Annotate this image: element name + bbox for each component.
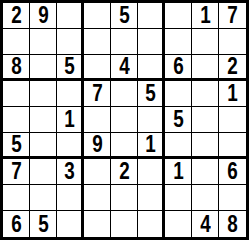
given-digit: 7 bbox=[227, 4, 237, 27]
cell-r8c9[interactable] bbox=[219, 185, 246, 211]
cell-r5c3[interactable]: 1 bbox=[57, 107, 84, 133]
cell-r2c4[interactable] bbox=[84, 29, 111, 55]
given-digit: 7 bbox=[11, 160, 21, 183]
cell-r4c6[interactable]: 5 bbox=[138, 81, 165, 107]
cell-r9c2[interactable]: 5 bbox=[30, 211, 57, 237]
cell-r6c1[interactable]: 5 bbox=[3, 133, 30, 159]
cell-r6c7[interactable] bbox=[165, 133, 192, 159]
given-digit: 3 bbox=[64, 160, 74, 183]
given-digit: 4 bbox=[200, 213, 210, 236]
cell-r7c5[interactable]: 2 bbox=[111, 159, 138, 185]
cell-r5c4[interactable] bbox=[84, 107, 111, 133]
cell-r1c7[interactable] bbox=[165, 3, 192, 29]
cell-r8c7[interactable] bbox=[165, 185, 192, 211]
given-digit: 1 bbox=[200, 4, 210, 27]
cell-r4c5[interactable] bbox=[111, 81, 138, 107]
cell-r7c4[interactable] bbox=[84, 159, 111, 185]
given-digit: 2 bbox=[11, 4, 21, 27]
given-digit: 5 bbox=[145, 82, 155, 105]
given-digit: 4 bbox=[119, 55, 129, 78]
cell-r4c1[interactable] bbox=[3, 81, 30, 107]
cell-r8c3[interactable] bbox=[57, 185, 84, 211]
cell-r1c2[interactable]: 9 bbox=[30, 3, 57, 29]
cell-r3c7[interactable]: 6 bbox=[165, 55, 192, 81]
given-digit: 6 bbox=[173, 55, 183, 78]
cell-r8c5[interactable] bbox=[111, 185, 138, 211]
given-digit: 2 bbox=[119, 160, 129, 183]
cell-r6c2[interactable] bbox=[30, 133, 57, 159]
cell-r1c4[interactable] bbox=[84, 3, 111, 29]
cell-r9c4[interactable] bbox=[84, 211, 111, 237]
cell-r1c9[interactable]: 7 bbox=[219, 3, 246, 29]
cell-r4c3[interactable] bbox=[57, 81, 84, 107]
cell-r7c9[interactable]: 6 bbox=[219, 159, 246, 185]
cell-r4c9[interactable]: 1 bbox=[219, 81, 246, 107]
cell-r4c8[interactable] bbox=[192, 81, 219, 107]
cell-r3c4[interactable] bbox=[84, 55, 111, 81]
cell-r9c5[interactable] bbox=[111, 211, 138, 237]
cell-r4c2[interactable] bbox=[30, 81, 57, 107]
cell-r6c8[interactable] bbox=[192, 133, 219, 159]
given-digit: 1 bbox=[64, 108, 74, 131]
cell-r1c8[interactable]: 1 bbox=[192, 3, 219, 29]
cell-r3c5[interactable]: 4 bbox=[111, 55, 138, 81]
cell-r9c3[interactable] bbox=[57, 211, 84, 237]
cell-r8c2[interactable] bbox=[30, 185, 57, 211]
cell-r7c8[interactable] bbox=[192, 159, 219, 185]
given-digit: 5 bbox=[38, 213, 48, 236]
cell-r8c6[interactable] bbox=[138, 185, 165, 211]
cell-r8c8[interactable] bbox=[192, 185, 219, 211]
cell-r5c9[interactable] bbox=[219, 107, 246, 133]
given-digit: 7 bbox=[92, 82, 102, 105]
cell-r8c1[interactable] bbox=[3, 185, 30, 211]
cell-r9c7[interactable] bbox=[165, 211, 192, 237]
given-digit: 5 bbox=[173, 108, 183, 131]
cell-r6c9[interactable] bbox=[219, 133, 246, 159]
cell-r5c8[interactable] bbox=[192, 107, 219, 133]
cell-r7c3[interactable]: 3 bbox=[57, 159, 84, 185]
cell-r5c6[interactable] bbox=[138, 107, 165, 133]
cell-r5c7[interactable]: 5 bbox=[165, 107, 192, 133]
cell-r1c5[interactable]: 5 bbox=[111, 3, 138, 29]
cell-r4c7[interactable] bbox=[165, 81, 192, 107]
cell-r5c5[interactable] bbox=[111, 107, 138, 133]
given-digit: 5 bbox=[11, 133, 21, 156]
cell-r7c7[interactable]: 1 bbox=[165, 159, 192, 185]
given-digit: 8 bbox=[11, 55, 21, 78]
sudoku-board: 295178546275115591732166548 bbox=[0, 0, 249, 240]
given-digit: 9 bbox=[92, 133, 102, 156]
given-digit: 1 bbox=[173, 160, 183, 183]
given-digit: 6 bbox=[227, 160, 237, 183]
cell-r3c9[interactable]: 2 bbox=[219, 55, 246, 81]
cell-r2c6[interactable] bbox=[138, 29, 165, 55]
given-digit: 1 bbox=[145, 133, 155, 156]
cell-r3c3[interactable]: 5 bbox=[57, 55, 84, 81]
given-digit: 1 bbox=[227, 82, 237, 105]
cell-r7c1[interactable]: 7 bbox=[3, 159, 30, 185]
cell-r2c3[interactable] bbox=[57, 29, 84, 55]
cell-r7c6[interactable] bbox=[138, 159, 165, 185]
cell-r3c6[interactable] bbox=[138, 55, 165, 81]
cell-r2c7[interactable] bbox=[165, 29, 192, 55]
cell-r5c2[interactable] bbox=[30, 107, 57, 133]
cell-r6c3[interactable] bbox=[57, 133, 84, 159]
given-digit: 5 bbox=[119, 4, 129, 27]
cell-r1c3[interactable] bbox=[57, 3, 84, 29]
cell-r2c9[interactable] bbox=[219, 29, 246, 55]
cell-r6c6[interactable]: 1 bbox=[138, 133, 165, 159]
given-digit: 9 bbox=[38, 4, 48, 27]
cell-r1c1[interactable]: 2 bbox=[3, 3, 30, 29]
cell-r3c2[interactable] bbox=[30, 55, 57, 81]
cell-r2c5[interactable] bbox=[111, 29, 138, 55]
cell-r7c2[interactable] bbox=[30, 159, 57, 185]
cell-r5c1[interactable] bbox=[3, 107, 30, 133]
cell-r4c4[interactable]: 7 bbox=[84, 81, 111, 107]
cell-r9c1[interactable]: 6 bbox=[3, 211, 30, 237]
given-digit: 5 bbox=[64, 55, 74, 78]
cell-r3c1[interactable]: 8 bbox=[3, 55, 30, 81]
given-digit: 2 bbox=[227, 55, 237, 78]
cell-r3c8[interactable] bbox=[192, 55, 219, 81]
given-digit: 8 bbox=[227, 213, 237, 236]
cell-r9c8[interactable]: 4 bbox=[192, 211, 219, 237]
cell-r2c1[interactable] bbox=[3, 29, 30, 55]
cell-r6c5[interactable] bbox=[111, 133, 138, 159]
cell-r6c4[interactable]: 9 bbox=[84, 133, 111, 159]
cell-r2c2[interactable] bbox=[30, 29, 57, 55]
cell-r9c6[interactable] bbox=[138, 211, 165, 237]
cell-r9c9[interactable]: 8 bbox=[219, 211, 246, 237]
cell-r2c8[interactable] bbox=[192, 29, 219, 55]
cell-r8c4[interactable] bbox=[84, 185, 111, 211]
cell-r1c6[interactable] bbox=[138, 3, 165, 29]
given-digit: 6 bbox=[11, 213, 21, 236]
